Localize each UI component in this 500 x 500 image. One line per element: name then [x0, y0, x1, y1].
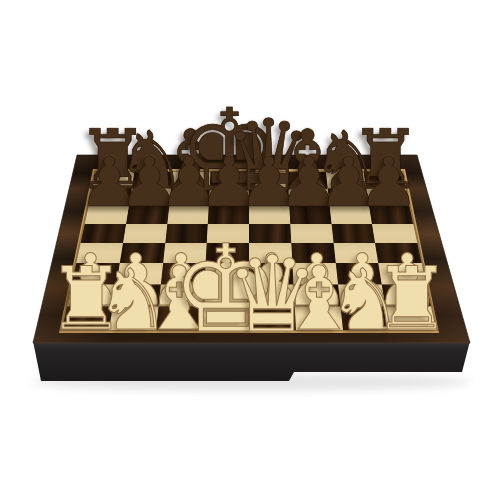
piece-dark-pawn-h7[interactable]: ♟ — [358, 147, 420, 216]
chess-set-photo: ♜♞♝♚♛♝♞♜♟♟♟♟♟♟♟♟♟♟♟♟♟♟♟♟♜♞♝♚♛♝♞♜ — [0, 0, 500, 500]
piece-light-rook-h1[interactable]: ♜ — [373, 256, 451, 343]
